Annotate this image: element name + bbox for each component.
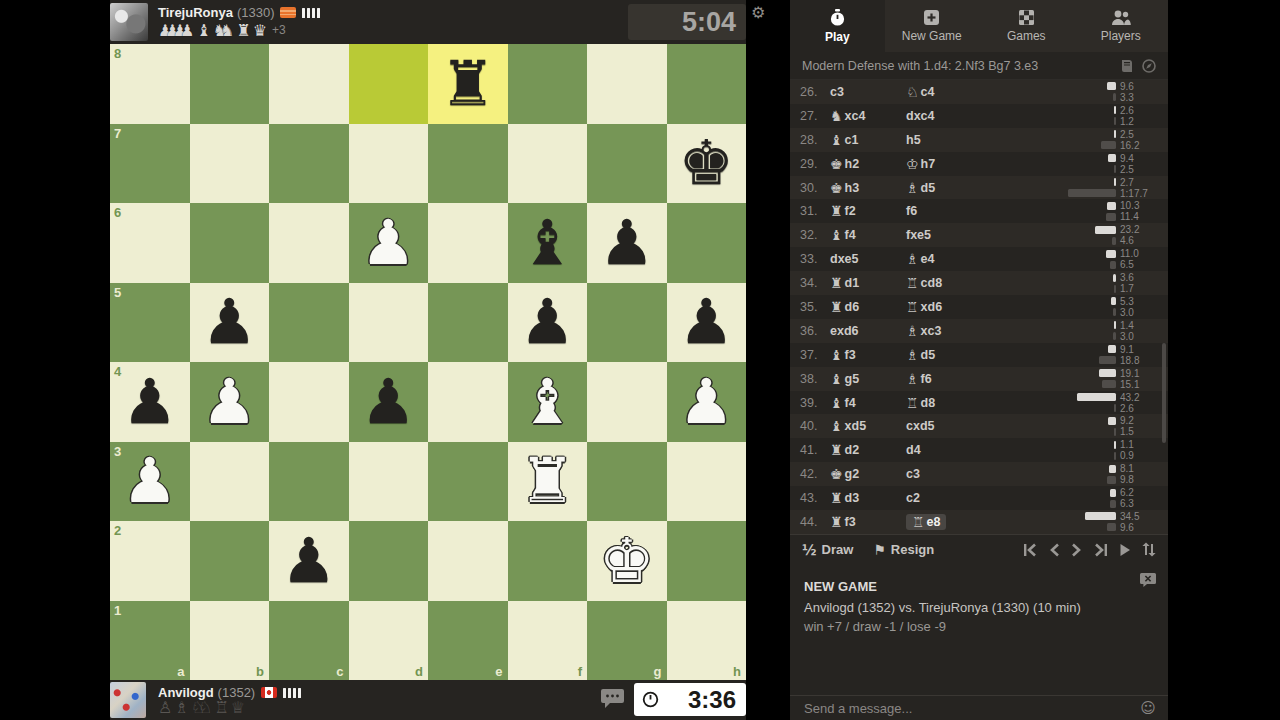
white-move-39[interactable]: ♝f4 (830, 396, 906, 410)
move-number: 44. (800, 515, 830, 529)
black-time-bar (1110, 261, 1116, 269)
time-spent: 18.8 (1120, 355, 1156, 366)
square-e2[interactable] (428, 521, 508, 601)
move-times: 8.19.8 (1036, 463, 1168, 485)
white-move-33[interactable]: dxe5 (830, 252, 906, 266)
move-row-28: 28.♝c1h52.516.2 (790, 128, 1168, 152)
square-g8[interactable] (587, 44, 667, 124)
white-move-29[interactable]: ♚h2 (830, 157, 906, 171)
time-spent: 9.2 (1120, 415, 1156, 426)
sidebar-panel: Play New Game Games Players Modern Defen… (790, 0, 1168, 720)
white-move-35[interactable]: ♜d6 (830, 300, 906, 314)
black-move-39[interactable]: ♖d8 (906, 396, 1018, 410)
square-c5[interactable] (269, 283, 349, 363)
move-number: 43. (800, 491, 830, 505)
time-spent: 3.0 (1120, 307, 1156, 318)
black-move-38[interactable]: ♗f6 (906, 372, 1018, 386)
move-row-37: 37.♝f3♗d59.118.8 (790, 343, 1168, 367)
white-bishop-move-icon: ♝ (830, 133, 843, 147)
new-game-heading: NEW GAME (804, 579, 1154, 594)
flag-icon (280, 7, 296, 18)
square-g2[interactable]: ♚ (587, 521, 667, 601)
square-d5[interactable] (349, 283, 429, 363)
move-times: 2.61.2 (1036, 105, 1168, 127)
black-bishop-move-icon: ♗ (906, 348, 919, 362)
white-move-34[interactable]: ♜d1 (830, 276, 906, 290)
time-spent: 9.6 (1120, 522, 1156, 533)
stopwatch-icon (829, 9, 846, 27)
black-pawn-c2[interactable]: ♟ (269, 521, 349, 601)
black-time-bar (1114, 285, 1116, 293)
square-h4[interactable]: ♟ (667, 362, 747, 442)
white-time-bar (1114, 106, 1116, 114)
resign-button[interactable]: ⚑ Resign (873, 542, 934, 558)
time-spent: 11.4 (1120, 211, 1156, 222)
square-c8[interactable] (269, 44, 349, 124)
square-f8[interactable] (508, 44, 588, 124)
black-time-bar (1106, 213, 1116, 221)
move-number: 26. (800, 85, 830, 99)
move-times: 5.33.0 (1036, 296, 1168, 318)
white-king-move-icon: ♚ (830, 467, 843, 481)
top-player-clock: 5:04 (628, 4, 746, 40)
square-d7[interactable] (349, 124, 429, 204)
flip-board-button[interactable] (1142, 542, 1156, 557)
white-knight-move-icon: ♞ (830, 109, 843, 123)
square-e7[interactable] (428, 124, 508, 204)
black-move-33[interactable]: ♗e4 (906, 252, 1018, 266)
black-time-bar (1114, 165, 1116, 173)
time-spent: 0.9 (1120, 450, 1156, 461)
white-bishop-move-icon: ♝ (830, 396, 843, 410)
bottom-player-bar: Anvilogd(1352) ♙♗♘♘♖♕ 3:36 (110, 680, 746, 720)
scrollbar-thumb[interactable] (1162, 343, 1166, 443)
white-pawn-d6[interactable]: ♟ (349, 203, 429, 283)
black-move-32[interactable]: fxe5 (906, 228, 1018, 242)
black-pawn-b5[interactable]: ♟ (190, 283, 270, 363)
tab-play[interactable]: Play (790, 0, 885, 52)
move-row-42: 42.♚g2c38.19.8 (790, 462, 1168, 486)
black-time-bar (1114, 452, 1116, 460)
captured-white-queen-icon: ♛ (253, 21, 267, 40)
white-king-g2[interactable]: ♚ (587, 521, 667, 601)
black-rook-move-icon: ♖ (906, 396, 919, 410)
black-move-27[interactable]: dxc4 (906, 109, 1018, 123)
square-g4[interactable] (587, 362, 667, 442)
black-rook-move-icon: ♖ (906, 300, 919, 314)
square-h3[interactable] (667, 442, 747, 522)
prev-move-button[interactable] (1049, 543, 1060, 557)
file-label-f: f (578, 664, 582, 679)
new-game-rating-odds: win +7 / draw -1 / lose -9 (804, 617, 1154, 636)
resign-flag-icon: ⚑ (873, 542, 886, 558)
opening-name[interactable]: Modern Defense with 1.d4: 2.Nf3 Bg7 3.e3 (802, 59, 1120, 73)
move-number: 27. (800, 109, 830, 123)
time-spent: 2.5 (1120, 164, 1156, 175)
white-move-38[interactable]: ♝g5 (830, 372, 906, 386)
file-label-b: b (256, 664, 264, 679)
square-f7[interactable] (508, 124, 588, 204)
time-spent: 9.4 (1120, 153, 1156, 164)
autoplay-button[interactable] (1119, 543, 1131, 557)
time-spent: 3.3 (1120, 92, 1156, 103)
book-icon[interactable] (1120, 59, 1134, 73)
square-b8[interactable] (190, 44, 270, 124)
square-d6[interactable]: ♟ (349, 203, 429, 283)
square-d3[interactable] (349, 442, 429, 522)
white-pawn-b4[interactable]: ♟ (190, 362, 270, 442)
black-bishop-move-icon: ♗ (906, 181, 919, 195)
time-spent: 19.1 (1120, 368, 1156, 379)
black-move-43[interactable]: c2 (906, 491, 1018, 505)
black-move-29[interactable]: ♔h7 (906, 157, 1018, 171)
captured-black-bishop-icon: ♗ (174, 698, 188, 717)
white-rook-move-icon: ♜ (830, 491, 843, 505)
square-f4[interactable]: ♝ (508, 362, 588, 442)
square-e1[interactable]: e (428, 601, 508, 681)
white-time-bar (1095, 226, 1116, 234)
black-move-31[interactable]: f6 (906, 204, 1018, 218)
white-move-30[interactable]: ♚h3 (830, 181, 906, 195)
black-bishop-f6[interactable]: ♝ (508, 203, 588, 283)
captured-white-pawn-icon: ♟ (180, 21, 194, 40)
move-row-26: 26.c3♘c49.63.3 (790, 80, 1168, 104)
first-move-button[interactable] (1023, 543, 1038, 557)
black-rook-move-icon: ♖ (912, 515, 925, 529)
move-number: 34. (800, 276, 830, 290)
file-label-h: h (733, 664, 741, 679)
move-number: 42. (800, 467, 830, 481)
white-time-bar (1114, 441, 1116, 449)
chess-board[interactable]: 8♜7♚6♟♝♟5♟♟♟4♟♟♟♝♟3♟♜2♟♚1abcdefgh (110, 44, 746, 680)
draw-button[interactable]: ½ Draw (802, 542, 853, 558)
last-move-button[interactable] (1093, 543, 1108, 557)
square-a1[interactable]: 1a (110, 601, 190, 681)
square-b6[interactable] (190, 203, 270, 283)
white-move-32[interactable]: ♝f4 (830, 228, 906, 242)
square-f1[interactable]: f (508, 601, 588, 681)
square-h1[interactable]: h (667, 601, 747, 681)
square-f5[interactable]: ♟ (508, 283, 588, 363)
square-b5[interactable]: ♟ (190, 283, 270, 363)
square-d1[interactable]: d (349, 601, 429, 681)
black-time-bar (1114, 428, 1116, 436)
square-f6[interactable]: ♝ (508, 203, 588, 283)
black-time-bar (1112, 237, 1116, 245)
square-c6[interactable] (269, 203, 349, 283)
half-icon: ½ (802, 542, 817, 558)
top-player-bar: TirejuRonya(1330) ♟♟♟♟♝♞♞♜♛+3 5:04 (110, 0, 746, 44)
smiley-icon[interactable]: ☺ (1140, 699, 1156, 717)
move-row-27: 27.♞xc4dxc42.61.2 (790, 104, 1168, 128)
time-spent: 3.0 (1120, 331, 1156, 342)
square-c2[interactable]: ♟ (269, 521, 349, 601)
square-b1[interactable]: b (190, 601, 270, 681)
mini-board-icon (1018, 9, 1035, 26)
time-spent: 34.5 (1120, 511, 1156, 522)
black-move-41[interactable]: d4 (906, 443, 1018, 457)
square-a2[interactable]: 2 (110, 521, 190, 601)
square-h5[interactable]: ♟ (667, 283, 747, 363)
white-rook-move-icon: ♜ (830, 443, 843, 457)
time-spent: 9.1 (1120, 344, 1156, 355)
square-d4[interactable]: ♟ (349, 362, 429, 442)
player-name[interactable]: TirejuRonya (158, 5, 233, 20)
captured-black-knight-icon: ♘ (198, 698, 212, 717)
black-time-bar (1114, 404, 1116, 412)
white-move-27[interactable]: ♞xc4 (830, 109, 906, 123)
white-king-move-icon: ♚ (830, 181, 843, 195)
square-h6[interactable] (667, 203, 747, 283)
explore-compass-icon[interactable] (1142, 59, 1156, 73)
time-spent: 11.0 (1120, 248, 1156, 259)
time-spent: 9.8 (1120, 474, 1156, 485)
black-move-37[interactable]: ♗d5 (906, 348, 1018, 362)
white-time-bar (1107, 82, 1116, 90)
black-pawn-f5[interactable]: ♟ (508, 283, 588, 363)
white-time-bar (1077, 393, 1116, 401)
black-move-30[interactable]: ♗d5 (906, 181, 1018, 195)
square-a8[interactable]: 8 (110, 44, 190, 124)
chat-input[interactable] (802, 700, 1140, 717)
white-king-move-icon: ♚ (830, 157, 843, 171)
square-g6[interactable]: ♟ (587, 203, 667, 283)
black-move-34[interactable]: ♖cd8 (906, 276, 1018, 290)
square-e8[interactable]: ♜ (428, 44, 508, 124)
move-row-33: 33.dxe5♗e411.06.5 (790, 247, 1168, 271)
square-f3[interactable]: ♜ (508, 442, 588, 522)
tab-games[interactable]: Games (979, 0, 1074, 52)
move-row-44: 44.♜f3♖e834.59.6 (790, 510, 1168, 534)
square-c1[interactable]: c (269, 601, 349, 681)
square-d8[interactable] (349, 44, 429, 124)
black-time-bar (1068, 189, 1116, 197)
time-spent: 16.2 (1120, 140, 1156, 151)
square-a4[interactable]: 4♟ (110, 362, 190, 442)
square-h7[interactable]: ♚ (667, 124, 747, 204)
move-row-40: 40.♝xd5cxd59.21.5 (790, 414, 1168, 438)
black-rook-e8[interactable]: ♜ (428, 44, 508, 124)
white-move-36[interactable]: exd6 (830, 324, 906, 338)
square-f2[interactable] (508, 521, 588, 601)
white-move-26[interactable]: c3 (830, 85, 906, 99)
move-number: 40. (800, 419, 830, 433)
black-time-bar (1107, 476, 1116, 484)
black-pawn-d4[interactable]: ♟ (349, 362, 429, 442)
captured-white-bishop-icon: ♝ (196, 21, 210, 40)
captured-white-rook-icon: ♜ (236, 21, 250, 40)
white-time-bar (1106, 250, 1116, 258)
square-c7[interactable] (269, 124, 349, 204)
white-bishop-f4[interactable]: ♝ (508, 362, 588, 442)
black-move-26[interactable]: ♘c4 (906, 85, 1018, 99)
move-number: 35. (800, 300, 830, 314)
square-d2[interactable] (349, 521, 429, 601)
time-spent: 2.6 (1120, 105, 1156, 116)
square-b3[interactable] (190, 442, 270, 522)
black-move-40[interactable]: cxd5 (906, 419, 1018, 433)
white-time-bar (1108, 345, 1116, 353)
move-times: 1.10.9 (1036, 439, 1168, 461)
time-spent: 2.6 (1120, 403, 1156, 414)
square-c3[interactable] (269, 442, 349, 522)
white-rook-move-icon: ♜ (830, 515, 843, 529)
move-row-29: 29.♚h2♔h79.42.5 (790, 152, 1168, 176)
black-bishop-move-icon: ♗ (906, 252, 919, 266)
white-bishop-move-icon: ♝ (830, 228, 843, 242)
file-label-e: e (495, 664, 502, 679)
white-time-bar (1085, 512, 1116, 520)
move-number: 30. (800, 181, 830, 195)
square-b4[interactable]: ♟ (190, 362, 270, 442)
white-move-37[interactable]: ♝f3 (830, 348, 906, 362)
move-times: 34.59.6 (1036, 511, 1168, 533)
move-times: 2.516.2 (1036, 129, 1168, 151)
file-label-a: a (177, 664, 184, 679)
white-move-42[interactable]: ♚g2 (830, 467, 906, 481)
tab-new-game[interactable]: New Game (885, 0, 980, 52)
move-times: 10.311.4 (1036, 200, 1168, 222)
move-times: 9.63.3 (1036, 81, 1168, 103)
square-g7[interactable] (587, 124, 667, 204)
black-pawn-h5[interactable]: ♟ (667, 283, 747, 363)
avatar[interactable] (110, 682, 146, 718)
square-g5[interactable] (587, 283, 667, 363)
square-a5[interactable]: 5 (110, 283, 190, 363)
white-move-44[interactable]: ♜f3 (830, 515, 906, 529)
black-move-44[interactable]: ♖e8 (906, 514, 1018, 530)
square-c4[interactable] (269, 362, 349, 442)
time-spent: 1.2 (1120, 116, 1156, 127)
square-a6[interactable]: 6 (110, 203, 190, 283)
white-time-bar (1110, 489, 1116, 497)
settings-gear-icon[interactable]: ⚙ (751, 3, 765, 22)
time-spent: 23.2 (1120, 224, 1156, 235)
black-bishop-move-icon: ♗ (906, 324, 919, 338)
time-spent: 6.3 (1120, 498, 1156, 509)
white-move-31[interactable]: ♜f2 (830, 204, 906, 218)
white-move-28[interactable]: ♝c1 (830, 133, 906, 147)
black-time-bar (1099, 356, 1116, 364)
square-g3[interactable] (587, 442, 667, 522)
chat-bubble-icon[interactable] (601, 689, 624, 712)
square-a3[interactable]: 3♟ (110, 442, 190, 522)
move-number: 32. (800, 228, 830, 242)
black-move-42[interactable]: c3 (906, 467, 1018, 481)
white-time-bar (1099, 369, 1116, 377)
black-time-bar (1110, 500, 1116, 508)
square-e6[interactable] (428, 203, 508, 283)
move-row-41: 41.♜d2d41.10.9 (790, 438, 1168, 462)
white-time-bar (1114, 130, 1116, 138)
square-b7[interactable] (190, 124, 270, 204)
square-e3[interactable] (428, 442, 508, 522)
black-move-35[interactable]: ♖xd6 (906, 300, 1018, 314)
white-rook-move-icon: ♜ (830, 300, 843, 314)
time-spent: 43.2 (1120, 392, 1156, 403)
clock-icon (642, 691, 659, 708)
move-row-32: 32.♝f4fxe523.24.6 (790, 223, 1168, 247)
captured-black-pawn-icon: ♙ (158, 698, 172, 717)
white-rook-move-icon: ♜ (830, 276, 843, 290)
rank-label-6: 6 (114, 205, 121, 220)
white-rook-move-icon: ♜ (830, 204, 843, 218)
white-move-40[interactable]: ♝xd5 (830, 419, 906, 433)
move-times: 3.61.7 (1036, 272, 1168, 294)
white-time-bar (1113, 274, 1116, 282)
black-time-bar (1101, 141, 1116, 149)
captured-black-queen-icon: ♕ (231, 698, 245, 717)
rank-label-5: 5 (114, 285, 121, 300)
move-times: 19.115.1 (1036, 368, 1168, 390)
move-nav-buttons (1023, 542, 1156, 557)
white-time-bar (1107, 202, 1116, 210)
time-spent: 2.5 (1120, 129, 1156, 140)
black-rook-move-icon: ♖ (906, 276, 919, 290)
square-b2[interactable] (190, 521, 270, 601)
black-move-28[interactable]: h5 (906, 133, 1018, 147)
game-controls: ½ Draw ⚑ Resign (790, 534, 1168, 565)
square-a7[interactable]: 7 (110, 124, 190, 204)
black-king-h7[interactable]: ♚ (667, 124, 747, 204)
move-number: 41. (800, 443, 830, 457)
move-row-36: 36.exd6♗xc31.43.0 (790, 319, 1168, 343)
square-e4[interactable] (428, 362, 508, 442)
white-pawn-h4[interactable]: ♟ (667, 362, 747, 442)
move-number: 31. (800, 204, 830, 218)
move-number: 36. (800, 324, 830, 338)
white-rook-f3[interactable]: ♜ (508, 442, 588, 522)
file-label-g: g (654, 664, 662, 679)
new-game-section: NEW GAME Anvilogd (1352) vs. TirejuRonya… (790, 565, 1168, 636)
move-list: 26.c3♘c49.63.327.♞xc4dxc42.61.228.♝c1h52… (790, 80, 1168, 534)
plus-icon (923, 9, 940, 26)
white-move-41[interactable]: ♜d2 (830, 443, 906, 457)
tab-players[interactable]: Players (1074, 0, 1169, 52)
move-times: 9.118.8 (1036, 344, 1168, 366)
square-e5[interactable] (428, 283, 508, 363)
black-knight-move-icon: ♘ (906, 85, 919, 99)
captured-pieces-bottom: ♙♗♘♘♖♕ (158, 699, 245, 717)
black-time-bar (1114, 117, 1116, 125)
white-time-bar (1108, 417, 1116, 425)
move-times: 1.43.0 (1036, 320, 1168, 342)
time-spent: 1:17.7 (1120, 188, 1156, 199)
chat-muted-icon[interactable] (1140, 573, 1156, 591)
black-pawn-g6[interactable]: ♟ (587, 203, 667, 283)
time-spent: 9.6 (1120, 81, 1156, 92)
next-move-button[interactable] (1071, 543, 1082, 557)
time-spent: 15.1 (1120, 379, 1156, 390)
rank-label-2: 2 (114, 523, 121, 538)
black-bishop-move-icon: ♗ (906, 372, 919, 386)
square-h2[interactable] (667, 521, 747, 601)
avatar[interactable] (110, 3, 148, 41)
file-label-d: d (415, 664, 423, 679)
square-h8[interactable] (667, 44, 747, 124)
white-time-bar (1114, 178, 1116, 186)
time-spent: 1.1 (1120, 439, 1156, 450)
white-time-bar (1114, 321, 1116, 329)
captured-pieces-top: ♟♟♟♟♝♞♞♜♛+3 (158, 21, 286, 40)
black-pawn-a4[interactable]: ♟ (110, 362, 190, 442)
white-move-43[interactable]: ♜d3 (830, 491, 906, 505)
black-time-bar (1102, 380, 1116, 388)
square-g1[interactable]: g (587, 601, 667, 681)
signal-bars-icon (283, 686, 303, 701)
black-move-36[interactable]: ♗xc3 (906, 324, 1018, 338)
white-pawn-a3[interactable]: ♟ (110, 442, 190, 522)
